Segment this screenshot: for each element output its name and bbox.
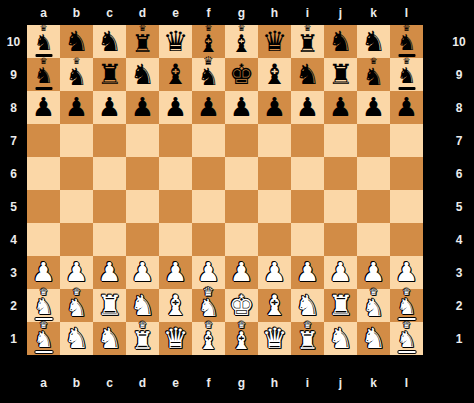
square-k3[interactable]: ♟ <box>357 256 390 289</box>
square-d5[interactable] <box>126 190 159 223</box>
piece-black-archbishop: ♝♛ <box>225 25 258 58</box>
rank-label-8-right: 8 <box>446 91 472 124</box>
square-b5[interactable] <box>60 190 93 223</box>
board: ♞♛♞♞♜♛♛♝♛♝♛♛♜♛♞♞♞♛♞♛♞♛♜♞♝♞♛♚♝♞♜♞♛♞♛♟♟♟♟♟… <box>27 25 423 355</box>
pawn-glyph: ♟ <box>32 91 55 124</box>
square-e7[interactable] <box>159 124 192 157</box>
piece-white-pawn: ♟ <box>126 256 159 289</box>
square-j5[interactable] <box>324 190 357 223</box>
pawn-glyph: ♟ <box>98 256 121 289</box>
pawn-glyph: ♟ <box>131 256 154 289</box>
pedestal-base <box>398 87 415 90</box>
square-b10[interactable]: ♞ <box>60 25 93 58</box>
pawn-glyph: ♟ <box>197 91 220 124</box>
file-label-h-bottom: h <box>258 368 291 398</box>
piece-white-chancellor: ♜♛ <box>291 322 324 355</box>
chancellor-glyph: ♜ <box>132 29 154 59</box>
square-l10[interactable]: ♞♛ <box>390 25 423 58</box>
crown-icon: ♛ <box>291 23 324 33</box>
square-g4[interactable] <box>225 223 258 256</box>
square-f9[interactable]: ♞♛ <box>192 58 225 91</box>
board-screenshot: abcdefghijkl 10987654321 ♞♛♞♞♜♛♛♝♛♝♛♛♜♛♞… <box>0 0 474 403</box>
square-i3[interactable]: ♟ <box>291 256 324 289</box>
file-label-h-top: h <box>258 0 291 25</box>
square-g10[interactable]: ♝♛ <box>225 25 258 58</box>
rook-glyph: ♜ <box>97 58 122 91</box>
piece-black-rook: ♜ <box>93 58 126 91</box>
piece-black-knight: ♞ <box>60 25 93 58</box>
square-h8[interactable]: ♟ <box>258 91 291 124</box>
crown-icon: ♛ <box>390 23 423 33</box>
file-label-a-top: a <box>27 0 60 25</box>
bishop-glyph: ♝ <box>163 58 188 91</box>
square-l7[interactable] <box>390 124 423 157</box>
square-l4[interactable] <box>390 223 423 256</box>
crowned-knight-pedestal-glyph: ♞ <box>397 30 417 56</box>
square-k10[interactable]: ♞ <box>357 25 390 58</box>
piece-white-pawn: ♟ <box>291 256 324 289</box>
square-g6[interactable] <box>225 157 258 190</box>
piece-white-archbishop: ♝♛ <box>225 322 258 355</box>
piece-white-crowned-knight-pedestal: ♞♛ <box>27 322 60 355</box>
crown-icon: ♛ <box>390 56 423 66</box>
square-h5[interactable] <box>258 190 291 223</box>
square-l2[interactable]: ♞♛ <box>390 289 423 322</box>
square-k6[interactable] <box>357 157 390 190</box>
square-e5[interactable] <box>159 190 192 223</box>
crown-icon: ♛ <box>192 55 225 67</box>
pawn-glyph: ♟ <box>230 256 253 289</box>
square-f4[interactable] <box>192 223 225 256</box>
piece-white-knight: ♞ <box>324 322 357 355</box>
square-b7[interactable] <box>60 124 93 157</box>
square-j3[interactable]: ♟ <box>324 256 357 289</box>
square-k7[interactable] <box>357 124 390 157</box>
piece-black-bishop: ♝ <box>258 58 291 91</box>
file-label-e-bottom: e <box>159 368 192 398</box>
piece-black-queen: ♛ <box>159 25 192 58</box>
knight-glyph: ♞ <box>361 322 386 355</box>
piece-black-pawn: ♟ <box>390 91 423 124</box>
square-h7[interactable] <box>258 124 291 157</box>
file-label-k-bottom: k <box>357 368 390 398</box>
rank-label-6-right: 6 <box>446 157 472 190</box>
knight-glyph: ♞ <box>130 289 155 322</box>
bishop-glyph: ♝ <box>262 289 287 322</box>
square-c10[interactable]: ♞ <box>93 25 126 58</box>
knight-glyph: ♞ <box>64 322 89 355</box>
queen-glyph: ♛ <box>163 322 188 355</box>
square-a6[interactable] <box>27 157 60 190</box>
crown-icon: ♛ <box>60 56 93 66</box>
piece-white-pawn: ♟ <box>258 256 291 289</box>
crown-icon: ♛ <box>291 320 324 330</box>
bishop-glyph: ♝ <box>163 289 188 322</box>
piece-white-pawn: ♟ <box>390 256 423 289</box>
chancellor-glyph: ♜ <box>297 29 319 59</box>
square-i5[interactable] <box>291 190 324 223</box>
square-e6[interactable] <box>159 157 192 190</box>
knight-glyph: ♞ <box>97 322 122 355</box>
piece-white-knight: ♞ <box>357 322 390 355</box>
square-a3[interactable]: ♟ <box>27 256 60 289</box>
rank-labels-left: 10987654321 <box>0 25 27 355</box>
rank-label-4-left: 4 <box>0 223 27 256</box>
square-b8[interactable]: ♟ <box>60 91 93 124</box>
square-f8[interactable]: ♟ <box>192 91 225 124</box>
square-k1[interactable]: ♞ <box>357 322 390 355</box>
square-f5[interactable] <box>192 190 225 223</box>
knight-glyph: ♞ <box>97 25 122 58</box>
file-labels-bottom: abcdefghijkl <box>27 368 423 398</box>
piece-black-knight: ♞ <box>291 58 324 91</box>
chancellor-glyph: ♜ <box>132 326 154 356</box>
square-i7[interactable] <box>291 124 324 157</box>
square-b1[interactable]: ♞ <box>60 322 93 355</box>
crown-icon: ♛ <box>192 286 225 298</box>
file-label-b-top: b <box>60 0 93 25</box>
pawn-glyph: ♟ <box>164 256 187 289</box>
crowned-knight-glyph: ♞ <box>363 62 385 92</box>
square-h4[interactable] <box>258 223 291 256</box>
piece-black-king: ♚ <box>225 58 258 91</box>
square-a9[interactable]: ♞♛ <box>27 58 60 91</box>
square-e2[interactable]: ♝ <box>159 289 192 322</box>
piece-black-pawn: ♟ <box>126 91 159 124</box>
piece-white-queen: ♛ <box>159 322 192 355</box>
square-f1[interactable]: ♝♛ <box>192 322 225 355</box>
square-g1[interactable]: ♝♛ <box>225 322 258 355</box>
file-label-i-top: i <box>291 0 324 25</box>
archbishop-glyph: ♝ <box>231 29 253 59</box>
rank-label-9-right: 9 <box>446 58 472 91</box>
crown-icon: ♛ <box>390 320 423 330</box>
crowned-knight-pedestal-glyph: ♞ <box>397 63 417 89</box>
square-d3[interactable]: ♟ <box>126 256 159 289</box>
pedestal-base <box>34 350 53 354</box>
piece-white-amazon: ♞♛ <box>192 289 225 322</box>
square-d1[interactable]: ♜♛ <box>126 322 159 355</box>
queen-glyph: ♛ <box>163 25 188 58</box>
file-labels-top: abcdefghijkl <box>27 0 423 25</box>
square-h2[interactable]: ♝ <box>258 289 291 322</box>
file-label-j-top: j <box>324 0 357 25</box>
square-f6[interactable] <box>192 157 225 190</box>
piece-black-pawn: ♟ <box>258 91 291 124</box>
knight-glyph: ♞ <box>328 25 353 58</box>
piece-white-knight: ♞ <box>93 322 126 355</box>
pawn-glyph: ♟ <box>32 256 55 289</box>
piece-white-bishop: ♝ <box>258 289 291 322</box>
square-k8[interactable]: ♟ <box>357 91 390 124</box>
pawn-glyph: ♟ <box>131 91 154 124</box>
square-c4[interactable] <box>93 223 126 256</box>
square-j2[interactable]: ♜ <box>324 289 357 322</box>
pedestal-base <box>35 87 52 90</box>
piece-white-knight: ♞ <box>126 289 159 322</box>
pawn-glyph: ♟ <box>329 91 352 124</box>
square-k5[interactable] <box>357 190 390 223</box>
pawn-glyph: ♟ <box>296 256 319 289</box>
square-c8[interactable]: ♟ <box>93 91 126 124</box>
square-i4[interactable] <box>291 223 324 256</box>
file-label-c-bottom: c <box>93 368 126 398</box>
pawn-glyph: ♟ <box>65 91 88 124</box>
square-l1[interactable]: ♞♛ <box>390 322 423 355</box>
square-i2[interactable]: ♞ <box>291 289 324 322</box>
square-k2[interactable]: ♞♛ <box>357 289 390 322</box>
square-e8[interactable]: ♟ <box>159 91 192 124</box>
square-g5[interactable] <box>225 190 258 223</box>
knight-glyph: ♞ <box>295 58 320 91</box>
square-b4[interactable] <box>60 223 93 256</box>
rank-label-10-right: 10 <box>446 25 472 58</box>
pawn-glyph: ♟ <box>230 91 253 124</box>
square-i6[interactable] <box>291 157 324 190</box>
square-a8[interactable]: ♟ <box>27 91 60 124</box>
square-a5[interactable] <box>27 190 60 223</box>
pawn-glyph: ♟ <box>98 91 121 124</box>
square-f2[interactable]: ♞♛ <box>192 289 225 322</box>
crown-icon: ♛ <box>60 287 93 297</box>
piece-black-chancellor: ♜♛ <box>126 25 159 58</box>
knight-glyph: ♞ <box>130 58 155 91</box>
knight-glyph: ♞ <box>328 322 353 355</box>
square-d4[interactable] <box>126 223 159 256</box>
rank-label-1-right: 1 <box>446 322 472 355</box>
piece-white-crowned-knight: ♞♛ <box>357 289 390 322</box>
square-c6[interactable] <box>93 157 126 190</box>
square-a10[interactable]: ♞♛ <box>27 25 60 58</box>
square-g2[interactable]: ♚ <box>225 289 258 322</box>
square-e10[interactable]: ♛ <box>159 25 192 58</box>
piece-white-pawn: ♟ <box>357 256 390 289</box>
rank-label-2-right: 2 <box>446 289 472 322</box>
square-k4[interactable] <box>357 223 390 256</box>
rank-label-7-left: 7 <box>0 124 27 157</box>
piece-black-crowned-knight-pedestal: ♞♛ <box>390 25 423 58</box>
square-l3[interactable]: ♟ <box>390 256 423 289</box>
queen-glyph: ♛ <box>262 25 287 58</box>
square-h6[interactable] <box>258 157 291 190</box>
piece-black-rook: ♜ <box>324 58 357 91</box>
piece-white-pawn: ♟ <box>225 256 258 289</box>
square-c9[interactable]: ♜ <box>93 58 126 91</box>
square-g3[interactable]: ♟ <box>225 256 258 289</box>
square-e4[interactable] <box>159 223 192 256</box>
square-i9[interactable]: ♞ <box>291 58 324 91</box>
square-h3[interactable]: ♟ <box>258 256 291 289</box>
square-j4[interactable] <box>324 223 357 256</box>
square-b3[interactable]: ♟ <box>60 256 93 289</box>
square-c5[interactable] <box>93 190 126 223</box>
square-d9[interactable]: ♞ <box>126 58 159 91</box>
crown-icon: ♛ <box>390 287 423 297</box>
pedestal-base <box>397 350 416 354</box>
square-j1[interactable]: ♞ <box>324 322 357 355</box>
king-glyph: ♚ <box>229 289 254 322</box>
file-label-i-bottom: i <box>291 368 324 398</box>
rank-label-1-left: 1 <box>0 322 27 355</box>
queen-glyph: ♛ <box>262 322 287 355</box>
piece-black-knight: ♞ <box>126 58 159 91</box>
file-label-l-bottom: l <box>390 368 423 398</box>
knight-glyph: ♞ <box>361 25 386 58</box>
crown-icon: ♛ <box>357 287 390 297</box>
pawn-glyph: ♟ <box>164 91 187 124</box>
piece-white-pawn: ♟ <box>60 256 93 289</box>
rank-label-8-left: 8 <box>0 91 27 124</box>
square-j7[interactable] <box>324 124 357 157</box>
crown-icon: ♛ <box>225 320 258 330</box>
bishop-glyph: ♝ <box>262 58 287 91</box>
rank-label-5-left: 5 <box>0 190 27 223</box>
king-glyph: ♚ <box>229 58 254 91</box>
square-j9[interactable]: ♜ <box>324 58 357 91</box>
square-b6[interactable] <box>60 157 93 190</box>
crown-icon: ♛ <box>225 23 258 33</box>
rank-label-2-left: 2 <box>0 289 27 322</box>
file-label-j-bottom: j <box>324 368 357 398</box>
square-l6[interactable] <box>390 157 423 190</box>
pawn-glyph: ♟ <box>395 91 418 124</box>
piece-black-pawn: ♟ <box>60 91 93 124</box>
rank-label-4-right: 4 <box>446 223 472 256</box>
square-l9[interactable]: ♞♛ <box>390 58 423 91</box>
archbishop-glyph: ♝ <box>198 326 220 356</box>
piece-white-rook: ♜ <box>93 289 126 322</box>
rank-label-10-left: 10 <box>0 25 27 58</box>
square-g8[interactable]: ♟ <box>225 91 258 124</box>
square-k9[interactable]: ♞♛ <box>357 58 390 91</box>
pawn-glyph: ♟ <box>329 256 352 289</box>
file-label-c-top: c <box>93 0 126 25</box>
square-e3[interactable]: ♟ <box>159 256 192 289</box>
piece-black-crowned-knight-pedestal: ♞♛ <box>27 25 60 58</box>
knight-glyph: ♞ <box>64 25 89 58</box>
file-label-g-top: g <box>225 0 258 25</box>
square-h1[interactable]: ♛ <box>258 322 291 355</box>
square-c1[interactable]: ♞ <box>93 322 126 355</box>
square-b9[interactable]: ♞♛ <box>60 58 93 91</box>
piece-white-queen: ♛ <box>258 322 291 355</box>
file-label-l-top: l <box>390 0 423 25</box>
square-d8[interactable]: ♟ <box>126 91 159 124</box>
file-label-f-top: f <box>192 0 225 25</box>
file-label-a-bottom: a <box>27 368 60 398</box>
pawn-glyph: ♟ <box>263 256 286 289</box>
square-c3[interactable]: ♟ <box>93 256 126 289</box>
piece-black-pawn: ♟ <box>27 91 60 124</box>
piece-white-crowned-knight: ♞♛ <box>60 289 93 322</box>
square-d2[interactable]: ♞ <box>126 289 159 322</box>
square-d7[interactable] <box>126 124 159 157</box>
knight-glyph: ♞ <box>295 289 320 322</box>
piece-black-knight: ♞ <box>357 25 390 58</box>
piece-white-archbishop: ♝♛ <box>192 322 225 355</box>
piece-black-amazon: ♞♛ <box>192 58 225 91</box>
piece-black-crowned-knight-pedestal: ♞♛ <box>27 58 60 91</box>
file-label-g-bottom: g <box>225 368 258 398</box>
pawn-glyph: ♟ <box>296 91 319 124</box>
piece-black-pawn: ♟ <box>324 91 357 124</box>
square-f7[interactable] <box>192 124 225 157</box>
square-h9[interactable]: ♝ <box>258 58 291 91</box>
square-i8[interactable]: ♟ <box>291 91 324 124</box>
file-label-f-bottom: f <box>192 368 225 398</box>
piece-white-king: ♚ <box>225 289 258 322</box>
crown-icon: ♛ <box>192 320 225 330</box>
square-g7[interactable] <box>225 124 258 157</box>
rook-glyph: ♜ <box>328 289 353 322</box>
square-i10[interactable]: ♜♛ <box>291 25 324 58</box>
square-h10[interactable]: ♛ <box>258 25 291 58</box>
piece-black-chancellor: ♜♛ <box>291 25 324 58</box>
piece-white-knight: ♞ <box>60 322 93 355</box>
piece-white-knight: ♞ <box>291 289 324 322</box>
piece-white-pawn: ♟ <box>159 256 192 289</box>
square-j8[interactable]: ♟ <box>324 91 357 124</box>
square-a4[interactable] <box>27 223 60 256</box>
square-g9[interactable]: ♚ <box>225 58 258 91</box>
piece-black-knight: ♞ <box>324 25 357 58</box>
square-a2[interactable]: ♞♛ <box>27 289 60 322</box>
square-i1[interactable]: ♜♛ <box>291 322 324 355</box>
rank-labels-right: 10987654321 <box>446 25 472 355</box>
square-c2[interactable]: ♜ <box>93 289 126 322</box>
pawn-glyph: ♟ <box>65 256 88 289</box>
pawn-glyph: ♟ <box>395 256 418 289</box>
piece-black-pawn: ♟ <box>291 91 324 124</box>
crown-icon: ♛ <box>357 56 390 66</box>
rank-label-9-left: 9 <box>0 58 27 91</box>
piece-black-pawn: ♟ <box>159 91 192 124</box>
square-c7[interactable] <box>93 124 126 157</box>
crown-icon: ♛ <box>126 23 159 33</box>
pawn-glyph: ♟ <box>362 91 385 124</box>
square-j6[interactable] <box>324 157 357 190</box>
crown-icon: ♛ <box>27 56 60 66</box>
square-b2[interactable]: ♞♛ <box>60 289 93 322</box>
piece-black-crowned-knight-pedestal: ♞♛ <box>390 58 423 91</box>
square-a7[interactable] <box>27 124 60 157</box>
square-d10[interactable]: ♜♛ <box>126 25 159 58</box>
piece-black-pawn: ♟ <box>93 91 126 124</box>
archbishop-glyph: ♝ <box>231 326 253 356</box>
crowned-knight-pedestal-glyph: ♞ <box>34 30 54 56</box>
square-l8[interactable]: ♟ <box>390 91 423 124</box>
square-e9[interactable]: ♝ <box>159 58 192 91</box>
square-e1[interactable]: ♛ <box>159 322 192 355</box>
pawn-glyph: ♟ <box>263 91 286 124</box>
piece-black-pawn: ♟ <box>192 91 225 124</box>
square-l5[interactable] <box>390 190 423 223</box>
square-a1[interactable]: ♞♛ <box>27 322 60 355</box>
square-j10[interactable]: ♞ <box>324 25 357 58</box>
piece-black-bishop: ♝ <box>159 58 192 91</box>
file-label-b-bottom: b <box>60 368 93 398</box>
piece-black-crowned-knight: ♞♛ <box>357 58 390 91</box>
rank-label-6-left: 6 <box>0 157 27 190</box>
square-d6[interactable] <box>126 157 159 190</box>
piece-white-pawn: ♟ <box>324 256 357 289</box>
piece-white-rook: ♜ <box>324 289 357 322</box>
chancellor-glyph: ♜ <box>297 326 319 356</box>
crowned-knight-glyph: ♞ <box>66 293 88 323</box>
piece-black-queen: ♛ <box>258 25 291 58</box>
rook-glyph: ♜ <box>97 289 122 322</box>
rank-label-7-right: 7 <box>446 124 472 157</box>
